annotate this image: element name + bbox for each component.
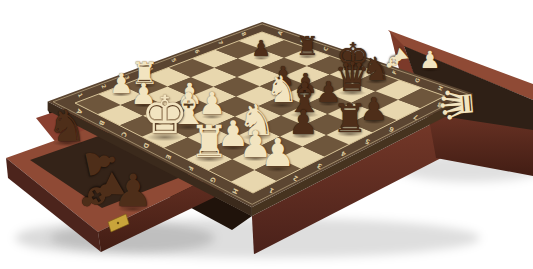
board-scene-svg: AABBCCDDEEFFGGHH1122334455667788 bbox=[0, 0, 533, 269]
latch-keyhole bbox=[117, 222, 119, 224]
chess-box-photo: AABBCCDDEEFFGGHH1122334455667788 ♜♝♟♟♚♞♟… bbox=[0, 0, 533, 269]
